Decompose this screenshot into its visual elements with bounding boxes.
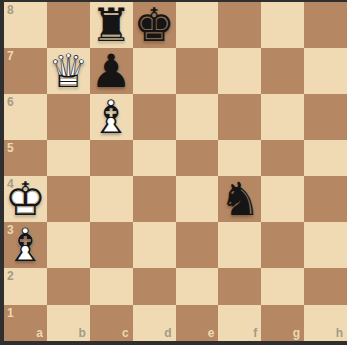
square-h3[interactable]: [304, 222, 347, 268]
rank-label-8: 8: [7, 4, 14, 16]
square-b1[interactable]: b: [47, 305, 90, 341]
square-f3[interactable]: [218, 222, 261, 268]
square-d4[interactable]: [133, 176, 176, 222]
square-e8[interactable]: [176, 2, 219, 48]
square-e6[interactable]: [176, 94, 219, 140]
square-b4[interactable]: [47, 176, 90, 222]
square-d1[interactable]: d: [133, 305, 176, 341]
square-f6[interactable]: [218, 94, 261, 140]
square-a5[interactable]: 5: [4, 140, 47, 176]
square-c7[interactable]: ♟: [90, 48, 133, 94]
square-g2[interactable]: [261, 268, 304, 304]
square-e1[interactable]: e: [176, 305, 219, 341]
square-g8[interactable]: [261, 2, 304, 48]
square-h8[interactable]: [304, 2, 347, 48]
white-queen[interactable]: ♛♕: [48, 48, 89, 94]
square-e3[interactable]: [176, 222, 219, 268]
square-c1[interactable]: c: [90, 305, 133, 341]
white-bishop[interactable]: ♝♗: [5, 222, 46, 268]
square-c5[interactable]: [90, 140, 133, 176]
square-f8[interactable]: [218, 2, 261, 48]
rank-label-2: 2: [7, 270, 14, 282]
square-b3[interactable]: [47, 222, 90, 268]
square-a8[interactable]: 8: [4, 2, 47, 48]
white-bishop[interactable]: ♝♗: [91, 94, 132, 140]
square-g5[interactable]: [261, 140, 304, 176]
square-d8[interactable]: ♚: [133, 2, 176, 48]
piece-outline-layer: ♗: [5, 222, 46, 268]
square-f7[interactable]: [218, 48, 261, 94]
piece-outline-layer: ♕: [48, 48, 89, 94]
square-d2[interactable]: [133, 268, 176, 304]
square-b2[interactable]: [47, 268, 90, 304]
file-label-c: c: [122, 327, 129, 339]
square-a6[interactable]: 6: [4, 94, 47, 140]
square-c3[interactable]: [90, 222, 133, 268]
chess-board-frame: 8♜♚7♛♕♟6♝♗54♚♔♞3♝♗21abcdefgh: [0, 0, 347, 345]
square-a3[interactable]: 3♝♗: [4, 222, 47, 268]
square-g6[interactable]: [261, 94, 304, 140]
square-a4[interactable]: 4♚♔: [4, 176, 47, 222]
black-knight[interactable]: ♞: [219, 176, 260, 222]
square-f4[interactable]: ♞: [218, 176, 261, 222]
square-g3[interactable]: [261, 222, 304, 268]
file-label-f: f: [253, 327, 257, 339]
square-a7[interactable]: 7: [4, 48, 47, 94]
square-b8[interactable]: [47, 2, 90, 48]
black-king[interactable]: ♚: [133, 2, 174, 48]
file-label-a: a: [36, 327, 43, 339]
square-c2[interactable]: [90, 268, 133, 304]
square-h7[interactable]: [304, 48, 347, 94]
square-e5[interactable]: [176, 140, 219, 176]
rank-label-7: 7: [7, 50, 14, 62]
square-c8[interactable]: ♜: [90, 2, 133, 48]
file-label-b: b: [78, 327, 85, 339]
square-d6[interactable]: [133, 94, 176, 140]
rank-label-6: 6: [7, 96, 14, 108]
square-a1[interactable]: 1a: [4, 305, 47, 341]
file-label-d: d: [164, 327, 171, 339]
square-d5[interactable]: [133, 140, 176, 176]
square-h5[interactable]: [304, 140, 347, 176]
file-label-e: e: [208, 327, 215, 339]
piece-outline-layer: ♗: [91, 94, 132, 140]
square-h1[interactable]: h: [304, 305, 347, 341]
piece-outline-layer: ♔: [5, 176, 46, 222]
square-c4[interactable]: [90, 176, 133, 222]
rank-label-5: 5: [7, 142, 14, 154]
square-b6[interactable]: [47, 94, 90, 140]
square-b7[interactable]: ♛♕: [47, 48, 90, 94]
square-g4[interactable]: [261, 176, 304, 222]
square-f2[interactable]: [218, 268, 261, 304]
white-king[interactable]: ♚♔: [5, 176, 46, 222]
square-c6[interactable]: ♝♗: [90, 94, 133, 140]
file-label-h: h: [336, 327, 343, 339]
file-label-g: g: [293, 327, 300, 339]
square-a2[interactable]: 2: [4, 268, 47, 304]
square-e4[interactable]: [176, 176, 219, 222]
square-b5[interactable]: [47, 140, 90, 176]
square-h2[interactable]: [304, 268, 347, 304]
square-g7[interactable]: [261, 48, 304, 94]
square-d3[interactable]: [133, 222, 176, 268]
square-f5[interactable]: [218, 140, 261, 176]
rank-label-1: 1: [7, 307, 14, 319]
square-d7[interactable]: [133, 48, 176, 94]
square-e7[interactable]: [176, 48, 219, 94]
square-h6[interactable]: [304, 94, 347, 140]
black-rook[interactable]: ♜: [91, 2, 132, 48]
square-g1[interactable]: g: [261, 305, 304, 341]
square-e2[interactable]: [176, 268, 219, 304]
chess-board: 8♜♚7♛♕♟6♝♗54♚♔♞3♝♗21abcdefgh: [4, 2, 347, 341]
square-h4[interactable]: [304, 176, 347, 222]
black-pawn[interactable]: ♟: [91, 48, 132, 94]
square-f1[interactable]: f: [218, 305, 261, 341]
